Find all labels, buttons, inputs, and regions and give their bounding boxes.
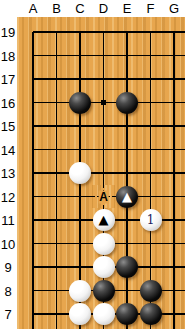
- col-label-G: G: [164, 1, 184, 16]
- star-point-D16: [101, 100, 106, 105]
- row-label-7: 7: [0, 307, 16, 322]
- col-label-B: B: [47, 1, 67, 16]
- col-label-A: A: [23, 1, 43, 16]
- row-label-18: 18: [0, 49, 16, 64]
- col-label-E: E: [117, 1, 137, 16]
- black-stone-C16[interactable]: [69, 92, 91, 114]
- white-stone-D11[interactable]: ▲: [93, 209, 115, 231]
- col-label-F: F: [141, 1, 161, 16]
- grid-vline-E: [126, 32, 128, 329]
- column-labels: ABCDEFG: [0, 0, 185, 17]
- white-stone-D7[interactable]: [93, 303, 115, 325]
- white-stone-C7[interactable]: [69, 303, 91, 325]
- black-stone-F8[interactable]: [140, 280, 162, 302]
- row-label-8: 8: [0, 284, 16, 299]
- row-label-11: 11: [0, 213, 16, 228]
- row-label-14: 14: [0, 143, 16, 158]
- row-labels: 19181716151413121110987: [0, 17, 17, 329]
- go-board[interactable]: ▲▲1A: [17, 17, 185, 329]
- black-stone-D8[interactable]: [93, 280, 115, 302]
- row-label-9: 9: [0, 260, 16, 275]
- grid-vline-A: [32, 32, 34, 329]
- col-label-D: D: [94, 1, 114, 16]
- number-label-F11: 1: [140, 209, 162, 231]
- white-stone-C13[interactable]: [69, 162, 91, 184]
- row-label-12: 12: [0, 190, 16, 205]
- letter-label-D12: A: [98, 190, 109, 203]
- black-stone-E9[interactable]: [116, 256, 138, 278]
- grid-vline-B: [56, 32, 58, 329]
- white-stone-D9[interactable]: [93, 256, 115, 278]
- black-stone-E16[interactable]: [116, 92, 138, 114]
- black-stone-E7[interactable]: [116, 303, 138, 325]
- black-stone-E12[interactable]: ▲: [116, 186, 138, 208]
- grid-vline-G: [173, 32, 175, 329]
- row-label-13: 13: [0, 166, 16, 181]
- triangle-mark-E12: ▲: [116, 186, 138, 208]
- go-board-screenshot: ABCDEFG 19181716151413121110987 ▲▲1A: [0, 0, 185, 329]
- white-stone-D10[interactable]: [93, 233, 115, 255]
- letter-label-patch-D12: A: [92, 185, 115, 208]
- row-label-19: 19: [0, 25, 16, 40]
- triangle-mark-D11: ▲: [93, 209, 115, 231]
- row-label-17: 17: [0, 72, 16, 87]
- row-label-16: 16: [0, 96, 16, 111]
- row-label-15: 15: [0, 119, 16, 134]
- white-stone-C8[interactable]: [69, 280, 91, 302]
- col-label-C: C: [70, 1, 90, 16]
- white-stone-F11[interactable]: 1: [140, 209, 162, 231]
- black-stone-F7[interactable]: [140, 303, 162, 325]
- row-label-10: 10: [0, 237, 16, 252]
